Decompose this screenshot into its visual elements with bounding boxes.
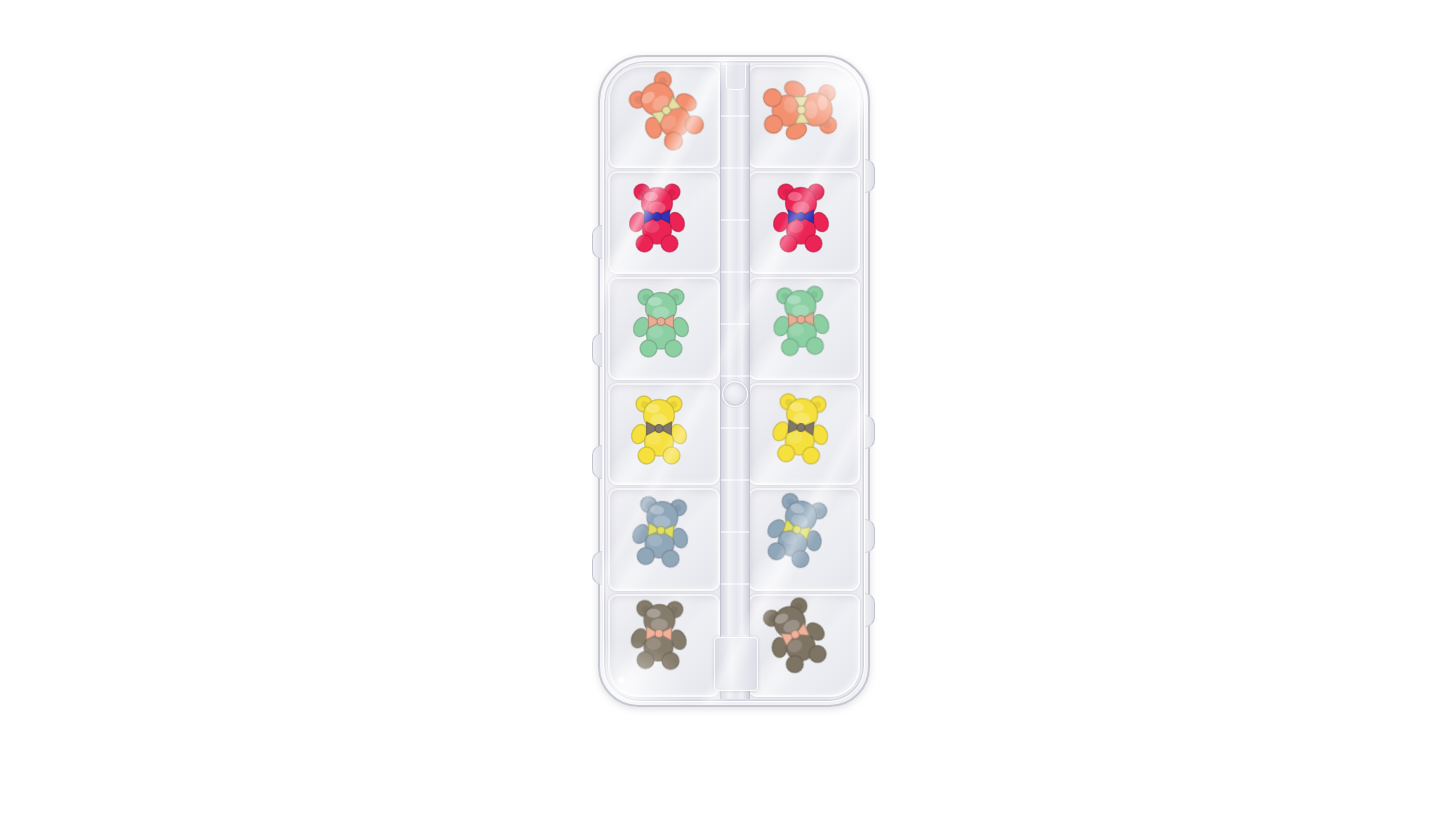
teddy-bear-charm-90a7ba [755,484,839,574]
compartment-r2-left [608,171,720,274]
compartment-r5-left [608,488,720,591]
spine-bottom-tab [714,637,758,691]
left-edge-bump-2 [592,333,602,367]
compartment-r6-left: ✦ [608,594,720,697]
reflection-sparkle: ✦ [616,675,628,687]
case-center-spine [720,63,750,699]
mold-circle-mark [722,381,748,407]
teddy-bear-charm-8ccfa4 [629,284,693,358]
teddy-bear-charm-e92455 [625,179,689,253]
compartment-r5-right [748,488,860,591]
compartment-r1-right [748,65,860,168]
teddy-bear-charm-867c6c [626,594,693,670]
left-edge-bump-1 [592,225,602,259]
right-edge-bump-4 [865,593,875,627]
teddy-bear-charm-f5e041 [766,387,836,466]
teddy-bear-charm-8ccfa4 [767,280,835,357]
left-edge-bump-4 [592,551,602,585]
right-edge-bump-2 [865,415,875,449]
compartment-r2-right [748,171,860,274]
teddy-bear-charm-90a7ba [625,490,696,570]
teddy-bear-charm-e92455 [769,179,833,253]
spine-top-notch [726,63,746,90]
compartment-r1-left [608,65,720,168]
compartment-r4-left [608,383,720,486]
teddy-bear-charm-7e7464 [751,587,840,681]
compartment-r3-left [608,277,720,380]
left-edge-bump-3 [592,445,602,479]
compartment-r3-right [748,277,860,380]
right-edge-bump-1 [865,159,875,193]
teddy-bear-charm-f19070 [615,59,717,163]
photo-background: ✦ [0,0,1445,813]
right-edge-bump-3 [865,519,875,553]
compartment-r6-right [748,594,860,697]
teddy-bear-charm-f5e041 [627,391,691,465]
charm-storage-case: ✦ [598,55,870,707]
teddy-bear-charm-f19070 [762,75,843,146]
compartment-r4-right [748,383,860,486]
